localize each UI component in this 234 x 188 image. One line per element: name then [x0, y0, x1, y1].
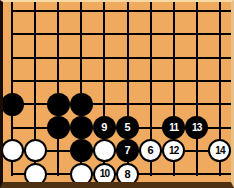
grid-line-horizontal: [11, 57, 231, 59]
black-stone-C4: [47, 93, 70, 116]
white-stone-F1: 8: [116, 163, 139, 186]
grid-line-horizontal: [11, 103, 231, 105]
stone-move-number: 13: [192, 123, 202, 133]
black-stone-F3: 5: [116, 116, 139, 139]
black-stone-D2: [70, 139, 93, 162]
grid-line-horizontal: [11, 33, 231, 35]
white-stone-B2: [24, 139, 47, 162]
white-stone-A2: [1, 139, 24, 162]
white-stone-H2: 12: [162, 139, 185, 162]
grid-line-horizontal: [11, 80, 231, 82]
black-stone-J3: 13: [185, 116, 208, 139]
stone-move-number: 14: [215, 146, 225, 156]
stone-move-number: 11: [169, 123, 178, 133]
go-board: 951113761214108: [3, 2, 231, 182]
stone-move-number: 6: [148, 145, 154, 156]
white-stone-E2: [93, 139, 116, 162]
white-stone-B1: [24, 163, 47, 186]
stone-move-number: 8: [124, 169, 130, 180]
white-stone-E1: 10: [93, 163, 116, 186]
stone-move-number: 9: [101, 122, 107, 133]
stone-move-number: 7: [124, 145, 130, 156]
black-stone-A4: [1, 93, 24, 116]
black-stone-D3: [70, 116, 93, 139]
white-stone-K2: 14: [208, 139, 231, 162]
black-stone-H3: 11: [162, 116, 185, 139]
black-stone-E3: 9: [93, 116, 116, 139]
black-stone-F2: 7: [116, 139, 139, 162]
black-stone-D4: [70, 93, 93, 116]
stone-move-number: 12: [169, 146, 179, 156]
black-stone-C3: [47, 116, 70, 139]
go-board-diagram: 951113761214108: [0, 0, 234, 188]
grid-line-horizontal: [11, 10, 231, 12]
white-stone-D1: [70, 163, 93, 186]
stone-move-number: 10: [100, 169, 110, 179]
white-stone-G2: 6: [139, 139, 162, 162]
stone-move-number: 5: [124, 122, 130, 133]
